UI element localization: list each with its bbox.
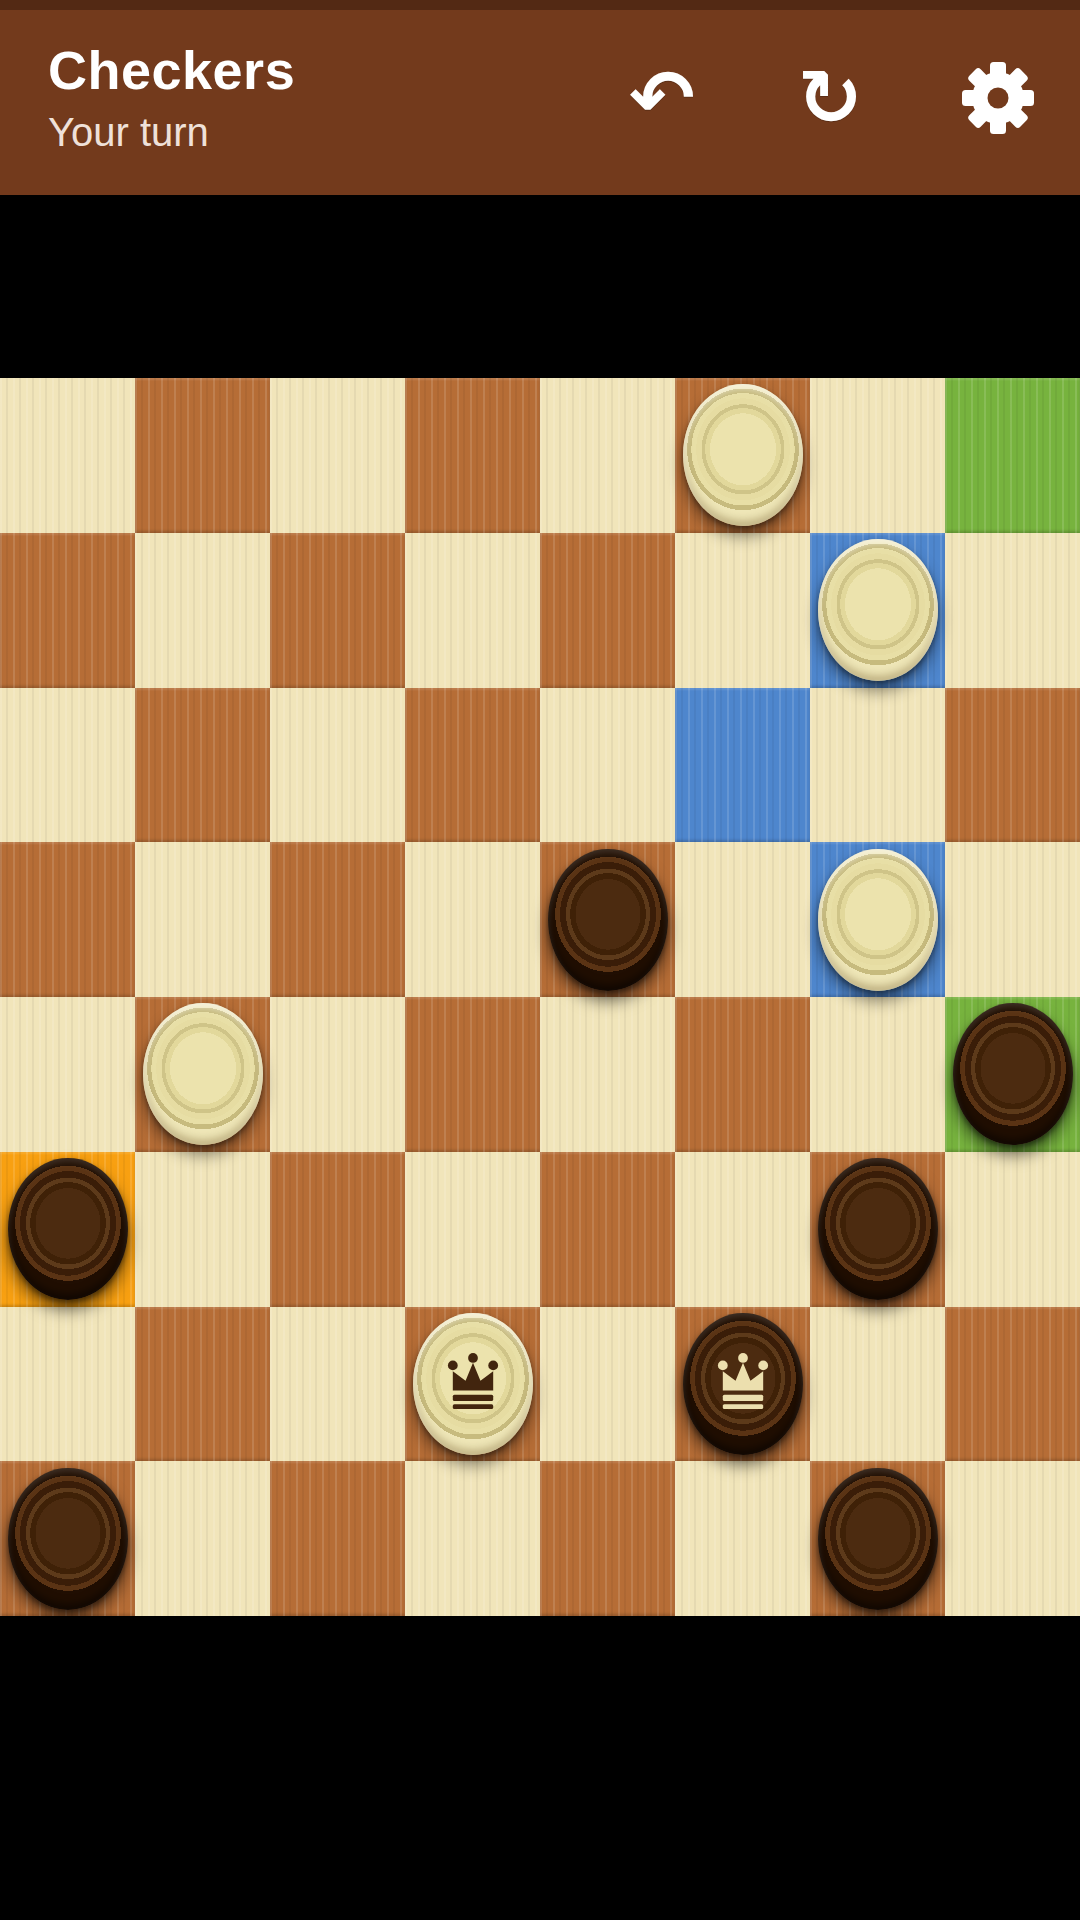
- board-square[interactable]: [405, 1461, 540, 1616]
- board-square[interactable]: [945, 1307, 1080, 1462]
- board-square[interactable]: [810, 842, 945, 997]
- board-square[interactable]: [405, 842, 540, 997]
- board-square[interactable]: [945, 688, 1080, 843]
- checker-dark-man[interactable]: [818, 1158, 938, 1300]
- board-square[interactable]: [270, 1152, 405, 1307]
- board-square[interactable]: [135, 842, 270, 997]
- turn-status: Your turn: [48, 108, 295, 156]
- board-square[interactable]: [135, 533, 270, 688]
- board-square[interactable]: [405, 1307, 540, 1462]
- checker-white-king[interactable]: [413, 1313, 533, 1455]
- board-square[interactable]: [675, 378, 810, 533]
- board-square[interactable]: [270, 688, 405, 843]
- board-square[interactable]: [135, 1461, 270, 1616]
- undo-button[interactable]: ↶: [622, 58, 702, 138]
- redo-icon: ↻: [797, 59, 862, 137]
- board-square[interactable]: [945, 378, 1080, 533]
- board-square[interactable]: [810, 1461, 945, 1616]
- checker-white-man[interactable]: [683, 384, 803, 526]
- checker-dark-man[interactable]: [548, 849, 668, 991]
- gear-icon: [959, 59, 1037, 137]
- settings-button[interactable]: [958, 58, 1038, 138]
- board-square[interactable]: [270, 842, 405, 997]
- board-square[interactable]: [135, 1152, 270, 1307]
- checker-dark-king[interactable]: [683, 1313, 803, 1455]
- app-bar: Checkers Your turn ↶ ↻: [0, 0, 1080, 195]
- board-square[interactable]: [540, 533, 675, 688]
- board-square[interactable]: [0, 1152, 135, 1307]
- board-square[interactable]: [270, 997, 405, 1152]
- board-square[interactable]: [135, 688, 270, 843]
- board-square[interactable]: [135, 997, 270, 1152]
- checker-dark-man[interactable]: [8, 1158, 128, 1300]
- toolbar: ↶ ↻: [622, 58, 1080, 138]
- board-square[interactable]: [270, 533, 405, 688]
- board-square[interactable]: [540, 997, 675, 1152]
- board-square[interactable]: [270, 378, 405, 533]
- board-square[interactable]: [675, 1461, 810, 1616]
- board-square[interactable]: [945, 533, 1080, 688]
- board-square[interactable]: [0, 1461, 135, 1616]
- board-square[interactable]: [135, 378, 270, 533]
- checker-dark-man[interactable]: [953, 1003, 1073, 1145]
- board-square[interactable]: [810, 688, 945, 843]
- board-square[interactable]: [945, 842, 1080, 997]
- board-square[interactable]: [540, 1461, 675, 1616]
- board-square[interactable]: [540, 378, 675, 533]
- board-square[interactable]: [540, 842, 675, 997]
- undo-icon: ↶: [629, 59, 694, 137]
- checkers-board: [0, 378, 1080, 1616]
- board-square[interactable]: [810, 378, 945, 533]
- board-square[interactable]: [810, 1307, 945, 1462]
- board-square[interactable]: [540, 688, 675, 843]
- board-square[interactable]: [810, 997, 945, 1152]
- board-square[interactable]: [405, 997, 540, 1152]
- board-square[interactable]: [945, 1152, 1080, 1307]
- checker-dark-man[interactable]: [8, 1468, 128, 1610]
- board-square[interactable]: [405, 378, 540, 533]
- board-square[interactable]: [675, 997, 810, 1152]
- board-square[interactable]: [675, 842, 810, 997]
- board-square[interactable]: [540, 1152, 675, 1307]
- board-square[interactable]: [540, 1307, 675, 1462]
- board-square[interactable]: [135, 1307, 270, 1462]
- board-square[interactable]: [270, 1307, 405, 1462]
- board-square[interactable]: [0, 533, 135, 688]
- checker-white-man[interactable]: [143, 1003, 263, 1145]
- board-square[interactable]: [675, 688, 810, 843]
- board-square[interactable]: [675, 533, 810, 688]
- board-square[interactable]: [675, 1152, 810, 1307]
- board-square[interactable]: [945, 997, 1080, 1152]
- board-square[interactable]: [270, 1461, 405, 1616]
- board-square[interactable]: [945, 1461, 1080, 1616]
- board-square[interactable]: [405, 533, 540, 688]
- redo-button[interactable]: ↻: [790, 58, 870, 138]
- board-square[interactable]: [810, 533, 945, 688]
- checker-dark-man[interactable]: [818, 1468, 938, 1610]
- checker-white-man[interactable]: [818, 539, 938, 681]
- app-title: Checkers: [48, 39, 295, 101]
- board-square[interactable]: [0, 997, 135, 1152]
- board-square[interactable]: [810, 1152, 945, 1307]
- board-square[interactable]: [675, 1307, 810, 1462]
- board-square[interactable]: [0, 842, 135, 997]
- board-square[interactable]: [405, 1152, 540, 1307]
- board-square[interactable]: [0, 1307, 135, 1462]
- checker-white-man[interactable]: [818, 849, 938, 991]
- board-square[interactable]: [0, 378, 135, 533]
- board-square[interactable]: [405, 688, 540, 843]
- board-square[interactable]: [0, 688, 135, 843]
- title-block: Checkers Your turn: [0, 39, 295, 155]
